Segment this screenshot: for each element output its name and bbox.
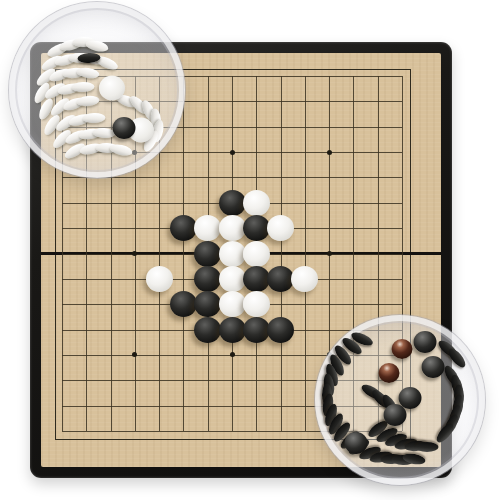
- go-stone-white: [194, 215, 221, 241]
- bowl-stone-black-lens: [434, 421, 456, 445]
- bowl-stone-white-lens: [85, 39, 110, 54]
- go-stone-black: [219, 317, 246, 343]
- bowl-stone-white-lens: [76, 66, 100, 79]
- go-stone-black: [194, 241, 221, 267]
- go-stone-white: [243, 291, 270, 317]
- white-stone-bowl: [9, 2, 185, 178]
- bowl-stone-white-lens: [82, 113, 105, 124]
- go-stone-white: [243, 190, 270, 216]
- star-point: [327, 251, 332, 256]
- bowl-stone-black-flat: [113, 117, 136, 139]
- star-point: [230, 352, 235, 357]
- bowl-stone-white-lens: [109, 143, 134, 158]
- bowl-stone-white-lens: [71, 82, 94, 93]
- go-stone-white: [146, 266, 173, 292]
- go-stone-white: [219, 291, 246, 317]
- go-stone-white: [219, 215, 246, 241]
- bowl-stone-black-flat: [422, 356, 445, 378]
- go-stone-black: [243, 215, 270, 241]
- go-stone-white: [219, 266, 246, 292]
- go-stone-black: [243, 266, 270, 292]
- star-point: [230, 150, 235, 155]
- go-stone-black: [243, 317, 270, 343]
- go-stone-black: [170, 215, 197, 241]
- go-stone-black: [219, 190, 246, 216]
- bowl-stone-black-flat: [384, 404, 407, 426]
- go-stone-black: [194, 291, 221, 317]
- go-stone-black: [267, 266, 294, 292]
- grid-line-vertical: [281, 76, 282, 431]
- star-point: [132, 251, 137, 256]
- go-stone-black: [267, 317, 294, 343]
- go-stone-white: [243, 241, 270, 267]
- go-stone-white: [267, 215, 294, 241]
- star-point: [132, 352, 137, 357]
- black-stone-bowl: [315, 315, 485, 485]
- go-stone-black: [194, 317, 221, 343]
- bowl-stone-white-flat: [99, 76, 125, 101]
- go-stone-black: [170, 291, 197, 317]
- bowl-stone-black-flat: [345, 432, 368, 454]
- grid-line-vertical: [305, 76, 306, 431]
- go-set-product-photo: [0, 0, 500, 500]
- bowl-stone-black-lens: [416, 442, 439, 452]
- go-stone-black: [194, 266, 221, 292]
- bowl-stone-brown-flat: [379, 363, 400, 383]
- go-stone-white: [291, 266, 318, 292]
- star-point: [327, 150, 332, 155]
- bowl-stone-black-flat: [414, 331, 437, 353]
- go-stone-white: [219, 241, 246, 267]
- bowl-stone-brown-flat: [392, 339, 413, 359]
